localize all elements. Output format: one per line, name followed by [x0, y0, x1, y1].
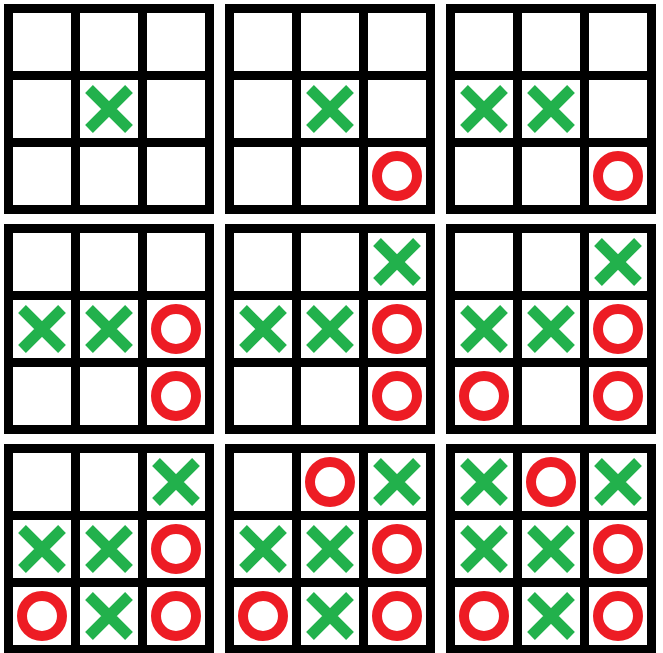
board-6-cell-r3c1[interactable] — [455, 367, 513, 425]
board-5-cell-r3c2[interactable] — [301, 367, 359, 425]
board-1-cell-r1c2[interactable] — [80, 13, 138, 71]
x-mark-icon — [460, 525, 508, 573]
board-1-cell-r2c3[interactable] — [147, 80, 205, 138]
board-8-cell-r1c3[interactable] — [368, 453, 426, 511]
x-mark-icon — [85, 525, 133, 573]
o-mark-icon — [151, 304, 201, 354]
board-3 — [446, 4, 656, 214]
board-7-cell-r3c1[interactable] — [13, 587, 71, 645]
x-mark-icon — [527, 525, 575, 573]
o-mark-icon — [372, 151, 422, 201]
board-7-cell-r3c3[interactable] — [147, 587, 205, 645]
board-3-cell-r2c2[interactable] — [522, 80, 580, 138]
o-mark-icon — [593, 304, 643, 354]
board-4-cell-r3c2[interactable] — [80, 367, 138, 425]
board-6-cell-r2c3[interactable] — [589, 300, 647, 358]
board-5 — [225, 224, 435, 434]
board-1-cell-r2c2[interactable] — [80, 80, 138, 138]
x-mark-icon — [373, 238, 421, 286]
board-7 — [4, 444, 214, 653]
board-2-cell-r3c2[interactable] — [301, 147, 359, 205]
board-4-cell-r2c1[interactable] — [13, 300, 71, 358]
board-1 — [4, 4, 214, 214]
o-mark-icon — [372, 591, 422, 641]
board-6 — [446, 224, 656, 434]
x-mark-icon — [18, 305, 66, 353]
x-mark-icon — [239, 305, 287, 353]
x-mark-icon — [306, 592, 354, 640]
board-5-cell-r2c2[interactable] — [301, 300, 359, 358]
x-mark-icon — [460, 85, 508, 133]
board-8-cell-r2c2[interactable] — [301, 520, 359, 578]
board-3-cell-r1c3[interactable] — [589, 13, 647, 71]
board-6-cell-r2c1[interactable] — [455, 300, 513, 358]
x-mark-icon — [460, 305, 508, 353]
board-5-cell-r3c1[interactable] — [234, 367, 292, 425]
board-9-cell-r3c1[interactable] — [455, 587, 513, 645]
board-4-cell-r3c1[interactable] — [13, 367, 71, 425]
x-mark-icon — [373, 458, 421, 506]
board-3-cell-r3c2[interactable] — [522, 147, 580, 205]
board-1-cell-r3c1[interactable] — [13, 147, 71, 205]
board-3-cell-r2c3[interactable] — [589, 80, 647, 138]
o-mark-icon — [151, 591, 201, 641]
board-5-cell-r2c1[interactable] — [234, 300, 292, 358]
o-mark-icon — [459, 371, 509, 421]
board-5-cell-r1c1[interactable] — [234, 233, 292, 291]
board-7-cell-r2c1[interactable] — [13, 520, 71, 578]
o-mark-icon — [17, 591, 67, 641]
board-9-cell-r3c3[interactable] — [589, 587, 647, 645]
board-3-cell-r1c2[interactable] — [522, 13, 580, 71]
board-9-cell-r2c2[interactable] — [522, 520, 580, 578]
o-mark-icon — [372, 304, 422, 354]
board-9-cell-r2c1[interactable] — [455, 520, 513, 578]
board-8-cell-r2c3[interactable] — [368, 520, 426, 578]
board-1-cell-r1c3[interactable] — [147, 13, 205, 71]
board-4-cell-r2c2[interactable] — [80, 300, 138, 358]
x-mark-icon — [18, 525, 66, 573]
x-mark-icon — [594, 238, 642, 286]
board-3-cell-r3c1[interactable] — [455, 147, 513, 205]
board-4 — [4, 224, 214, 434]
board-4-cell-r1c3[interactable] — [147, 233, 205, 291]
board-1-cell-r1c1[interactable] — [13, 13, 71, 71]
board-2 — [225, 4, 435, 214]
x-mark-icon — [239, 525, 287, 573]
board-5-cell-r2c3[interactable] — [368, 300, 426, 358]
x-mark-icon — [306, 85, 354, 133]
board-3-cell-r2c1[interactable] — [455, 80, 513, 138]
board-8-cell-r3c2[interactable] — [301, 587, 359, 645]
board-7-cell-r1c3[interactable] — [147, 453, 205, 511]
board-6-cell-r1c3[interactable] — [589, 233, 647, 291]
board-7-cell-r2c2[interactable] — [80, 520, 138, 578]
board-3-cell-r1c1[interactable] — [455, 13, 513, 71]
board-8-cell-r1c2[interactable] — [301, 453, 359, 511]
board-1-cell-r3c2[interactable] — [80, 147, 138, 205]
board-4-cell-r1c1[interactable] — [13, 233, 71, 291]
board-6-cell-r3c3[interactable] — [589, 367, 647, 425]
board-5-cell-r1c3[interactable] — [368, 233, 426, 291]
board-8-cell-r3c1[interactable] — [234, 587, 292, 645]
board-9 — [446, 444, 656, 653]
x-mark-icon — [85, 592, 133, 640]
o-mark-icon — [459, 591, 509, 641]
o-mark-icon — [238, 591, 288, 641]
board-5-cell-r3c3[interactable] — [368, 367, 426, 425]
board-9-cell-r1c3[interactable] — [589, 453, 647, 511]
board-4-cell-r1c2[interactable] — [80, 233, 138, 291]
board-1-cell-r3c3[interactable] — [147, 147, 205, 205]
o-mark-icon — [593, 371, 643, 421]
board-6-cell-r2c2[interactable] — [522, 300, 580, 358]
board-2-cell-r1c1[interactable] — [234, 13, 292, 71]
board-7-cell-r2c3[interactable] — [147, 520, 205, 578]
x-mark-icon — [527, 305, 575, 353]
board-7-cell-r1c2[interactable] — [80, 453, 138, 511]
board-9-cell-r1c1[interactable] — [455, 453, 513, 511]
board-7-cell-r1c1[interactable] — [13, 453, 71, 511]
x-mark-icon — [594, 458, 642, 506]
o-mark-icon — [593, 591, 643, 641]
board-6-cell-r1c2[interactable] — [522, 233, 580, 291]
board-9-cell-r3c2[interactable] — [522, 587, 580, 645]
board-3-cell-r3c3[interactable] — [589, 147, 647, 205]
board-2-cell-r1c3[interactable] — [368, 13, 426, 71]
x-mark-icon — [85, 305, 133, 353]
x-mark-icon — [460, 458, 508, 506]
x-mark-icon — [527, 592, 575, 640]
x-mark-icon — [306, 305, 354, 353]
board-9-cell-r1c2[interactable] — [522, 453, 580, 511]
board-9-cell-r2c3[interactable] — [589, 520, 647, 578]
board-8-cell-r2c1[interactable] — [234, 520, 292, 578]
board-8 — [225, 444, 435, 653]
board-2-cell-r1c2[interactable] — [301, 13, 359, 71]
board-2-cell-r2c2[interactable] — [301, 80, 359, 138]
board-1-cell-r2c1[interactable] — [13, 80, 71, 138]
o-mark-icon — [593, 524, 643, 574]
o-mark-icon — [151, 371, 201, 421]
o-mark-icon — [526, 457, 576, 507]
board-2-cell-r3c3[interactable] — [368, 147, 426, 205]
o-mark-icon — [372, 524, 422, 574]
x-mark-icon — [152, 458, 200, 506]
board-7-cell-r3c2[interactable] — [80, 587, 138, 645]
board-4-cell-r2c3[interactable] — [147, 300, 205, 358]
tic-tac-toe-sequence-diagram — [0, 0, 663, 653]
board-8-cell-r3c3[interactable] — [368, 587, 426, 645]
o-mark-icon — [151, 524, 201, 574]
x-mark-icon — [527, 85, 575, 133]
board-6-cell-r1c1[interactable] — [455, 233, 513, 291]
board-6-cell-r3c2[interactable] — [522, 367, 580, 425]
x-mark-icon — [306, 525, 354, 573]
board-4-cell-r3c3[interactable] — [147, 367, 205, 425]
board-8-cell-r1c1[interactable] — [234, 453, 292, 511]
o-mark-icon — [593, 151, 643, 201]
board-2-cell-r2c3[interactable] — [368, 80, 426, 138]
x-mark-icon — [85, 85, 133, 133]
board-5-cell-r1c2[interactable] — [301, 233, 359, 291]
o-mark-icon — [372, 371, 422, 421]
o-mark-icon — [305, 457, 355, 507]
board-2-cell-r2c1[interactable] — [234, 80, 292, 138]
board-2-cell-r3c1[interactable] — [234, 147, 292, 205]
